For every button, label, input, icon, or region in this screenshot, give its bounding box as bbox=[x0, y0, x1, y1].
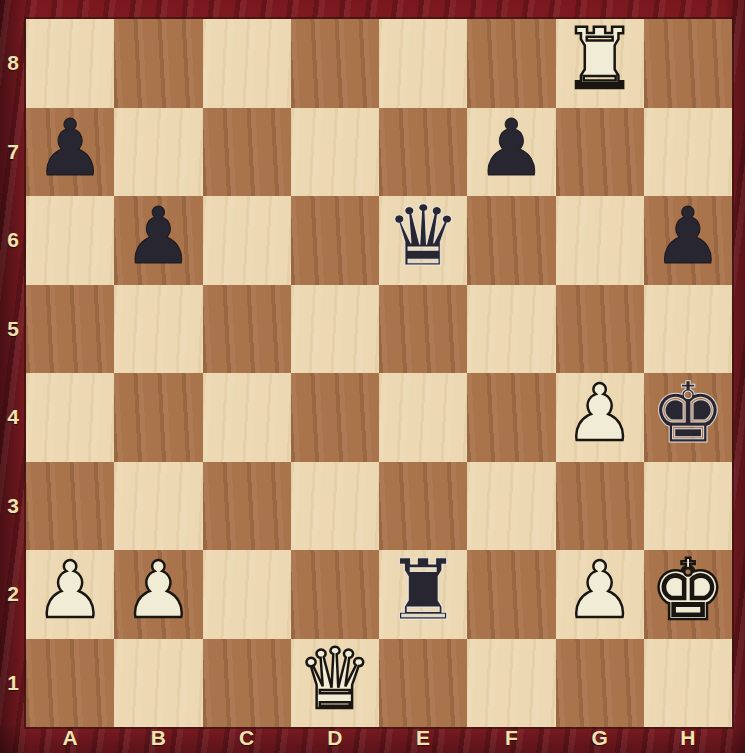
file-label-a: A bbox=[26, 725, 114, 751]
square-d1[interactable]: ♛ bbox=[291, 639, 379, 728]
square-a2[interactable]: ♟ bbox=[26, 550, 114, 639]
square-f6[interactable] bbox=[467, 196, 555, 285]
square-h5[interactable] bbox=[644, 285, 732, 374]
white-rook[interactable]: ♜ bbox=[562, 17, 637, 101]
square-d5[interactable] bbox=[291, 285, 379, 374]
square-g6[interactable] bbox=[556, 196, 644, 285]
square-c2[interactable] bbox=[203, 550, 291, 639]
rank-label-3: 3 bbox=[0, 462, 26, 551]
square-h1[interactable] bbox=[644, 639, 732, 728]
square-d4[interactable] bbox=[291, 373, 379, 462]
square-e3[interactable] bbox=[379, 462, 467, 551]
rank-label-8: 8 bbox=[0, 19, 26, 108]
square-c1[interactable] bbox=[203, 639, 291, 728]
square-b5[interactable] bbox=[114, 285, 202, 374]
square-c4[interactable] bbox=[203, 373, 291, 462]
black-king[interactable]: ♚ bbox=[650, 371, 725, 455]
square-g5[interactable] bbox=[556, 285, 644, 374]
square-b6[interactable]: ♟ bbox=[114, 196, 202, 285]
rank-label-6: 6 bbox=[0, 196, 26, 285]
square-f4[interactable] bbox=[467, 373, 555, 462]
square-h2[interactable]: ♚ bbox=[644, 550, 732, 639]
square-b4[interactable] bbox=[114, 373, 202, 462]
square-b1[interactable] bbox=[114, 639, 202, 728]
square-b3[interactable] bbox=[114, 462, 202, 551]
square-e5[interactable] bbox=[379, 285, 467, 374]
square-g2[interactable]: ♟ bbox=[556, 550, 644, 639]
square-h7[interactable] bbox=[644, 108, 732, 197]
square-h8[interactable] bbox=[644, 19, 732, 108]
square-a6[interactable] bbox=[26, 196, 114, 285]
square-a3[interactable] bbox=[26, 462, 114, 551]
rank-label-2: 2 bbox=[0, 550, 26, 639]
square-c7[interactable] bbox=[203, 108, 291, 197]
square-g4[interactable]: ♟ bbox=[556, 373, 644, 462]
white-pawn[interactable]: ♟ bbox=[123, 551, 193, 629]
square-c6[interactable] bbox=[203, 196, 291, 285]
square-f7[interactable]: ♟ bbox=[467, 108, 555, 197]
square-c8[interactable] bbox=[203, 19, 291, 108]
square-b8[interactable] bbox=[114, 19, 202, 108]
square-g1[interactable] bbox=[556, 639, 644, 728]
square-h6[interactable]: ♟ bbox=[644, 196, 732, 285]
file-label-h: H bbox=[644, 725, 732, 751]
black-rook[interactable]: ♜ bbox=[385, 548, 460, 632]
square-e8[interactable] bbox=[379, 19, 467, 108]
square-a1[interactable] bbox=[26, 639, 114, 728]
chess-board-diagram: ♜♟♟♟♛♟♟♚♟♟♜♟♚♛ 87654321ABCDEFGH bbox=[0, 0, 745, 753]
white-queen[interactable]: ♛ bbox=[297, 637, 372, 721]
rank-label-7: 7 bbox=[0, 108, 26, 197]
square-e1[interactable] bbox=[379, 639, 467, 728]
square-e4[interactable] bbox=[379, 373, 467, 462]
square-h3[interactable] bbox=[644, 462, 732, 551]
square-a5[interactable] bbox=[26, 285, 114, 374]
square-f8[interactable] bbox=[467, 19, 555, 108]
black-pawn[interactable]: ♟ bbox=[653, 197, 723, 275]
square-a7[interactable]: ♟ bbox=[26, 108, 114, 197]
square-g7[interactable] bbox=[556, 108, 644, 197]
square-a4[interactable] bbox=[26, 373, 114, 462]
white-king[interactable]: ♚ bbox=[650, 548, 725, 632]
square-g3[interactable] bbox=[556, 462, 644, 551]
square-e2[interactable]: ♜ bbox=[379, 550, 467, 639]
square-c5[interactable] bbox=[203, 285, 291, 374]
square-e6[interactable]: ♛ bbox=[379, 196, 467, 285]
square-d2[interactable] bbox=[291, 550, 379, 639]
square-g8[interactable]: ♜ bbox=[556, 19, 644, 108]
square-f3[interactable] bbox=[467, 462, 555, 551]
square-f1[interactable] bbox=[467, 639, 555, 728]
white-pawn[interactable]: ♟ bbox=[35, 551, 105, 629]
rank-label-1: 1 bbox=[0, 639, 26, 728]
rank-label-4: 4 bbox=[0, 373, 26, 462]
white-pawn[interactable]: ♟ bbox=[565, 374, 635, 452]
square-d6[interactable] bbox=[291, 196, 379, 285]
file-label-d: D bbox=[291, 725, 379, 751]
file-label-e: E bbox=[379, 725, 467, 751]
black-pawn[interactable]: ♟ bbox=[123, 197, 193, 275]
file-label-g: G bbox=[556, 725, 644, 751]
black-pawn[interactable]: ♟ bbox=[476, 109, 546, 187]
file-label-b: B bbox=[114, 725, 202, 751]
square-d8[interactable] bbox=[291, 19, 379, 108]
square-b7[interactable] bbox=[114, 108, 202, 197]
square-b2[interactable]: ♟ bbox=[114, 550, 202, 639]
square-d3[interactable] bbox=[291, 462, 379, 551]
square-e7[interactable] bbox=[379, 108, 467, 197]
white-pawn[interactable]: ♟ bbox=[565, 551, 635, 629]
file-label-f: F bbox=[467, 725, 555, 751]
chess-board: ♜♟♟♟♛♟♟♚♟♟♜♟♚♛ bbox=[26, 19, 732, 727]
rank-label-5: 5 bbox=[0, 285, 26, 374]
black-pawn[interactable]: ♟ bbox=[35, 109, 105, 187]
square-a8[interactable] bbox=[26, 19, 114, 108]
square-f2[interactable] bbox=[467, 550, 555, 639]
square-h4[interactable]: ♚ bbox=[644, 373, 732, 462]
square-d7[interactable] bbox=[291, 108, 379, 197]
file-label-c: C bbox=[203, 725, 291, 751]
square-c3[interactable] bbox=[203, 462, 291, 551]
square-f5[interactable] bbox=[467, 285, 555, 374]
black-queen[interactable]: ♛ bbox=[385, 194, 460, 278]
